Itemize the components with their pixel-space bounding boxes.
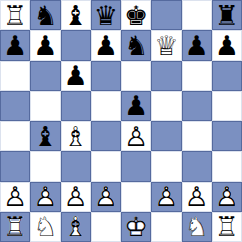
white-piece-outline-layer: ♙	[212, 182, 242, 212]
square-b1[interactable]: ♞♘	[30, 212, 60, 242]
square-h5[interactable]	[212, 91, 242, 121]
square-e6[interactable]	[121, 61, 151, 91]
square-g7[interactable]: ♟	[182, 30, 212, 60]
piece-white-rook[interactable]: ♜♖	[0, 212, 30, 242]
white-piece-outline-layer: ♘	[182, 212, 212, 242]
piece-white-knight[interactable]: ♞♘	[30, 212, 60, 242]
white-piece-outline-layer: ♙	[121, 121, 151, 151]
white-piece-outline-layer: ♔	[121, 212, 151, 242]
piece-black-knight[interactable]: ♞	[30, 0, 60, 30]
black-piece-glyph: ♝	[61, 0, 91, 30]
white-piece-outline-layer: ♙	[0, 182, 30, 212]
piece-white-pawn[interactable]: ♟♙	[91, 182, 121, 212]
square-c3[interactable]	[61, 151, 91, 181]
square-g6[interactable]	[182, 61, 212, 91]
square-h3[interactable]	[212, 151, 242, 181]
piece-white-rook[interactable]: ♜♖	[0, 0, 30, 30]
black-piece-glyph: ♟	[91, 30, 121, 60]
piece-white-pawn[interactable]: ♟♙	[30, 182, 60, 212]
square-g3[interactable]	[182, 151, 212, 181]
square-d5[interactable]	[91, 91, 121, 121]
piece-white-pawn[interactable]: ♟♙	[212, 182, 242, 212]
piece-black-pawn[interactable]: ♟	[121, 91, 151, 121]
square-c8[interactable]: ♝	[61, 0, 91, 30]
piece-black-king[interactable]: ♚	[121, 0, 151, 30]
square-b7[interactable]: ♟	[30, 30, 60, 60]
square-d7[interactable]: ♟	[91, 30, 121, 60]
square-a2[interactable]: ♟♙	[0, 182, 30, 212]
piece-black-bishop[interactable]: ♝	[30, 121, 60, 151]
square-a8[interactable]: ♜♖	[0, 0, 30, 30]
square-h4[interactable]	[212, 121, 242, 151]
white-piece-outline-layer: ♕	[151, 30, 181, 60]
black-piece-glyph: ♜	[212, 0, 242, 30]
square-c5[interactable]	[61, 91, 91, 121]
square-f7[interactable]: ♛♕	[151, 30, 181, 60]
square-a7[interactable]: ♟	[0, 30, 30, 60]
square-f5[interactable]	[151, 91, 181, 121]
square-f8[interactable]	[151, 0, 181, 30]
square-g5[interactable]	[182, 91, 212, 121]
square-b3[interactable]	[30, 151, 60, 181]
square-e5[interactable]: ♟	[121, 91, 151, 121]
square-d6[interactable]	[91, 61, 121, 91]
piece-white-pawn[interactable]: ♟♙	[121, 121, 151, 151]
piece-white-bishop[interactable]: ♝♗	[61, 121, 91, 151]
black-piece-glyph: ♟	[212, 30, 242, 60]
square-a1[interactable]: ♜♖	[0, 212, 30, 242]
piece-white-bishop[interactable]: ♝♗	[61, 212, 91, 242]
piece-black-pawn[interactable]: ♟	[212, 30, 242, 60]
piece-white-pawn[interactable]: ♟♙	[61, 182, 91, 212]
square-f6[interactable]	[151, 61, 181, 91]
square-e7[interactable]: ♞	[121, 30, 151, 60]
piece-white-knight[interactable]: ♞♘	[182, 212, 212, 242]
square-d8[interactable]: ♛	[91, 0, 121, 30]
piece-black-pawn[interactable]: ♟	[0, 30, 30, 60]
white-piece-outline-layer: ♖	[0, 212, 30, 242]
square-h6[interactable]	[212, 61, 242, 91]
white-piece-outline-layer: ♗	[61, 212, 91, 242]
white-piece-outline-layer: ♗	[61, 121, 91, 151]
white-piece-outline-layer: ♘	[30, 212, 60, 242]
white-piece-outline-layer: ♙	[30, 182, 60, 212]
square-e1[interactable]: ♚♔	[121, 212, 151, 242]
white-piece-outline-layer: ♖	[212, 212, 242, 242]
square-b6[interactable]	[30, 61, 60, 91]
square-c4[interactable]: ♝♗	[61, 121, 91, 151]
square-g2[interactable]: ♟♙	[182, 182, 212, 212]
square-h2[interactable]: ♟♙	[212, 182, 242, 212]
black-piece-glyph: ♞	[30, 0, 60, 30]
square-h1[interactable]: ♜♖	[212, 212, 242, 242]
piece-white-queen[interactable]: ♛♕	[151, 30, 181, 60]
piece-black-rook[interactable]: ♜	[212, 0, 242, 30]
white-piece-outline-layer: ♙	[151, 182, 181, 212]
black-piece-glyph: ♟	[61, 61, 91, 91]
square-h8[interactable]: ♜	[212, 0, 242, 30]
square-e4[interactable]: ♟♙	[121, 121, 151, 151]
square-g1[interactable]: ♞♘	[182, 212, 212, 242]
piece-white-pawn[interactable]: ♟♙	[0, 182, 30, 212]
square-c1[interactable]: ♝♗	[61, 212, 91, 242]
black-piece-glyph: ♛	[91, 0, 121, 30]
chess-board: ♜♖♞♝♛♚♜♟♟♟♞♛♕♟♟♟♟♝♝♗♟♙♟♙♟♙♟♙♟♙♟♙♟♙♟♙♜♖♞♘…	[0, 0, 242, 242]
piece-black-pawn[interactable]: ♟	[91, 30, 121, 60]
piece-black-pawn[interactable]: ♟	[30, 30, 60, 60]
black-piece-glyph: ♟	[121, 91, 151, 121]
black-piece-glyph: ♚	[121, 0, 151, 30]
piece-black-queen[interactable]: ♛	[91, 0, 121, 30]
piece-black-pawn[interactable]: ♟	[61, 61, 91, 91]
piece-white-pawn[interactable]: ♟♙	[151, 182, 181, 212]
square-a6[interactable]	[0, 61, 30, 91]
square-h7[interactable]: ♟	[212, 30, 242, 60]
white-piece-outline-layer: ♙	[61, 182, 91, 212]
square-g8[interactable]	[182, 0, 212, 30]
square-b2[interactable]: ♟♙	[30, 182, 60, 212]
square-g4[interactable]	[182, 121, 212, 151]
square-c6[interactable]: ♟	[61, 61, 91, 91]
square-f4[interactable]	[151, 121, 181, 151]
square-a3[interactable]	[0, 151, 30, 181]
piece-white-king[interactable]: ♚♔	[121, 212, 151, 242]
square-c7[interactable]	[61, 30, 91, 60]
piece-black-knight[interactable]: ♞	[121, 30, 151, 60]
square-d3[interactable]	[91, 151, 121, 181]
square-e8[interactable]: ♚	[121, 0, 151, 30]
piece-white-pawn[interactable]: ♟♙	[182, 182, 212, 212]
piece-black-pawn[interactable]: ♟	[182, 30, 212, 60]
white-piece-outline-layer: ♙	[91, 182, 121, 212]
square-f2[interactable]: ♟♙	[151, 182, 181, 212]
black-piece-glyph: ♟	[0, 30, 30, 60]
white-piece-outline-layer: ♖	[0, 0, 30, 30]
square-d4[interactable]	[91, 121, 121, 151]
black-piece-glyph: ♟	[182, 30, 212, 60]
square-b5[interactable]	[30, 91, 60, 121]
square-c2[interactable]: ♟♙	[61, 182, 91, 212]
piece-white-rook[interactable]: ♜♖	[212, 212, 242, 242]
square-e3[interactable]	[121, 151, 151, 181]
black-piece-glyph: ♞	[121, 30, 151, 60]
square-b4[interactable]: ♝	[30, 121, 60, 151]
square-e2[interactable]	[121, 182, 151, 212]
square-a5[interactable]	[0, 91, 30, 121]
square-d2[interactable]: ♟♙	[91, 182, 121, 212]
square-d1[interactable]	[91, 212, 121, 242]
black-piece-glyph: ♟	[30, 30, 60, 60]
square-a4[interactable]	[0, 121, 30, 151]
square-f1[interactable]	[151, 212, 181, 242]
piece-black-bishop[interactable]: ♝	[61, 0, 91, 30]
square-b8[interactable]: ♞	[30, 0, 60, 30]
square-f3[interactable]	[151, 151, 181, 181]
white-piece-outline-layer: ♙	[182, 182, 212, 212]
black-piece-glyph: ♝	[30, 121, 60, 151]
